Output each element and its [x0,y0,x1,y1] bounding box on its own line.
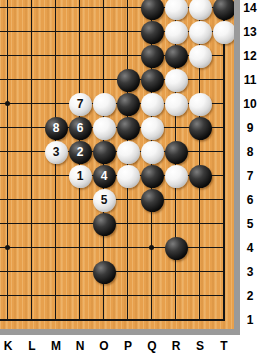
black-stone-Q11[interactable] [141,69,164,92]
board-grid: 78632145 [0,0,234,329]
intersection-M9[interactable]: 8 [44,116,68,140]
intersection-O4[interactable] [92,236,116,260]
column-label-T: T [216,338,232,354]
intersection-Q13[interactable] [140,20,164,44]
intersection-Q1[interactable] [140,308,164,329]
intersection-N3[interactable] [68,260,92,284]
intersection-Q4[interactable] [140,236,164,260]
intersection-L6[interactable] [20,188,44,212]
intersection-S6[interactable] [188,188,212,212]
black-stone-S9[interactable] [189,117,212,140]
intersection-S3[interactable] [188,260,212,284]
white-stone-S12[interactable] [189,45,212,68]
intersection-L13[interactable] [20,20,44,44]
intersection-Q2[interactable] [140,284,164,308]
intersection-K9[interactable] [0,116,20,140]
move-number: 4 [101,170,108,182]
intersection-O5[interactable] [92,212,116,236]
intersection-K11[interactable] [0,68,20,92]
intersection-Q7[interactable] [140,164,164,188]
goban: 78632145 [0,0,234,329]
intersection-O3[interactable] [92,260,116,284]
intersection-K4[interactable] [0,236,20,260]
intersection-S14[interactable] [188,0,212,20]
intersection-T13[interactable] [212,20,234,44]
intersection-R4[interactable] [164,236,188,260]
intersection-L4[interactable] [20,236,44,260]
intersection-L5[interactable] [20,212,44,236]
white-stone-S10[interactable] [189,93,212,116]
column-label-S: S [192,338,208,354]
white-stone-R14[interactable] [165,0,188,20]
intersection-P14[interactable] [116,0,140,20]
intersection-S13[interactable] [188,20,212,44]
intersection-K14[interactable] [0,0,20,20]
move-number: 6 [77,122,84,134]
intersection-P5[interactable] [116,212,140,236]
black-stone-R4[interactable] [165,237,188,260]
row-label-2: 2 [240,288,260,304]
intersection-K6[interactable] [0,188,20,212]
intersection-P2[interactable] [116,284,140,308]
intersection-L1[interactable] [20,308,44,329]
intersection-O14[interactable] [92,0,116,20]
intersection-K13[interactable] [0,20,20,44]
intersection-K5[interactable] [0,212,20,236]
move-number: 3 [53,146,60,158]
intersection-L8[interactable] [20,140,44,164]
intersection-P11[interactable] [116,68,140,92]
intersection-M13[interactable] [44,20,68,44]
row-label-10: 10 [240,96,260,112]
row-label-3: 3 [240,264,260,280]
white-stone-R7[interactable] [165,165,188,188]
intersection-S9[interactable] [188,116,212,140]
intersection-N9[interactable]: 6 [68,116,92,140]
intersection-R11[interactable] [164,68,188,92]
intersection-S11[interactable] [188,68,212,92]
intersection-P7[interactable] [116,164,140,188]
intersection-N14[interactable] [68,0,92,20]
intersection-K2[interactable] [0,284,20,308]
intersection-M2[interactable] [44,284,68,308]
intersection-M8[interactable]: 3 [44,140,68,164]
black-stone-R8[interactable] [165,141,188,164]
intersection-R12[interactable] [164,44,188,68]
intersection-N1[interactable] [68,308,92,329]
intersection-N6[interactable] [68,188,92,212]
intersection-M3[interactable] [44,260,68,284]
intersection-T2[interactable] [212,284,234,308]
black-stone-Q12[interactable] [141,45,164,68]
intersection-T4[interactable] [212,236,234,260]
intersection-N7[interactable]: 1 [68,164,92,188]
intersection-K1[interactable] [0,308,20,329]
intersection-O12[interactable] [92,44,116,68]
intersection-O6[interactable]: 5 [92,188,116,212]
intersection-O7[interactable]: 4 [92,164,116,188]
intersection-M1[interactable] [44,308,68,329]
row-label-9: 9 [240,120,260,136]
black-stone-R12[interactable] [165,45,188,68]
intersection-R3[interactable] [164,260,188,284]
intersection-P10[interactable] [116,92,140,116]
column-label-O: O [96,338,112,354]
black-stone-Q7[interactable] [141,165,164,188]
intersection-R5[interactable] [164,212,188,236]
intersection-P13[interactable] [116,20,140,44]
intersection-N10[interactable]: 7 [68,92,92,116]
intersection-L14[interactable] [20,0,44,20]
white-stone-N7[interactable]: 1 [69,165,92,188]
intersection-M7[interactable] [44,164,68,188]
black-stone-S7[interactable] [189,165,212,188]
white-stone-Q10[interactable] [141,93,164,116]
black-stone-N8[interactable]: 2 [69,141,92,164]
intersection-N13[interactable] [68,20,92,44]
intersection-N4[interactable] [68,236,92,260]
column-coordinates: KLMNOPQRST [0,335,240,356]
black-stone-Q14[interactable] [141,0,164,20]
intersection-M6[interactable] [44,188,68,212]
move-number: 1 [77,170,84,182]
white-stone-P7[interactable] [117,165,140,188]
intersection-T12[interactable] [212,44,234,68]
intersection-S1[interactable] [188,308,212,329]
intersection-O9[interactable] [92,116,116,140]
intersection-R6[interactable] [164,188,188,212]
intersection-M4[interactable] [44,236,68,260]
intersection-S12[interactable] [188,44,212,68]
intersection-P3[interactable] [116,260,140,284]
intersection-T9[interactable] [212,116,234,140]
white-stone-T13[interactable] [213,21,235,44]
white-stone-R13[interactable] [165,21,188,44]
intersection-T5[interactable] [212,212,234,236]
star-point-K10 [5,101,10,106]
intersection-M14[interactable] [44,0,68,20]
intersection-O11[interactable] [92,68,116,92]
intersection-R1[interactable] [164,308,188,329]
black-stone-N9[interactable]: 6 [69,117,92,140]
intersection-T10[interactable] [212,92,234,116]
intersection-M10[interactable] [44,92,68,116]
row-label-12: 12 [240,48,260,64]
intersection-M12[interactable] [44,44,68,68]
star-point-Q4 [149,245,154,250]
intersection-Q12[interactable] [140,44,164,68]
row-label-8: 8 [240,144,260,160]
intersection-M5[interactable] [44,212,68,236]
move-number: 5 [101,194,108,206]
column-label-N: N [72,338,88,354]
black-stone-P9[interactable] [117,117,140,140]
intersection-T8[interactable] [212,140,234,164]
star-point-K4 [5,245,10,250]
intersection-K12[interactable] [0,44,20,68]
black-stone-P11[interactable] [117,69,140,92]
intersection-P12[interactable] [116,44,140,68]
intersection-L2[interactable] [20,284,44,308]
intersection-K10[interactable] [0,92,20,116]
intersection-T11[interactable] [212,68,234,92]
black-stone-O5[interactable] [93,213,116,236]
row-label-1: 1 [240,312,260,328]
black-stone-Q6[interactable] [141,189,164,212]
intersection-N11[interactable] [68,68,92,92]
intersection-Q5[interactable] [140,212,164,236]
intersection-R2[interactable] [164,284,188,308]
white-stone-Q8[interactable] [141,141,164,164]
intersection-R9[interactable] [164,116,188,140]
intersection-O2[interactable] [92,284,116,308]
intersection-P9[interactable] [116,116,140,140]
intersection-L7[interactable] [20,164,44,188]
column-label-M: M [48,338,64,354]
intersection-L9[interactable] [20,116,44,140]
row-label-7: 7 [240,168,260,184]
white-stone-Q9[interactable] [141,117,164,140]
move-number: 7 [77,98,84,110]
intersection-R10[interactable] [164,92,188,116]
white-stone-N10[interactable]: 7 [69,93,92,116]
intersection-S4[interactable] [188,236,212,260]
intersection-S8[interactable] [188,140,212,164]
intersection-R8[interactable] [164,140,188,164]
column-label-L: L [24,338,40,354]
intersection-T14[interactable] [212,0,234,20]
intersection-O10[interactable] [92,92,116,116]
intersection-T7[interactable] [212,164,234,188]
black-stone-O7[interactable]: 4 [93,165,116,188]
white-stone-R11[interactable] [165,69,188,92]
row-coordinates: 1413121110987654321 [240,0,260,356]
intersection-Q10[interactable] [140,92,164,116]
intersection-Q14[interactable] [140,0,164,20]
intersection-L3[interactable] [20,260,44,284]
black-stone-P10[interactable] [117,93,140,116]
move-number: 2 [77,146,84,158]
intersection-Q8[interactable] [140,140,164,164]
intersection-R14[interactable] [164,0,188,20]
intersection-P6[interactable] [116,188,140,212]
black-stone-M9[interactable]: 8 [45,117,68,140]
intersection-P4[interactable] [116,236,140,260]
go-diagram: 78632145 1413121110987654321 KLMNOPQRST [0,0,260,356]
column-label-R: R [168,338,184,354]
intersection-N2[interactable] [68,284,92,308]
intersection-K3[interactable] [0,260,20,284]
white-stone-O10[interactable] [93,93,116,116]
row-label-14: 14 [240,0,260,16]
intersection-S5[interactable] [188,212,212,236]
white-stone-O6[interactable]: 5 [93,189,116,212]
intersection-N12[interactable] [68,44,92,68]
intersection-S10[interactable] [188,92,212,116]
black-stone-Q13[interactable] [141,21,164,44]
white-stone-S14[interactable] [189,0,212,20]
intersection-T1[interactable] [212,308,234,329]
intersection-T3[interactable] [212,260,234,284]
white-stone-O9[interactable] [93,117,116,140]
white-stone-M8[interactable]: 3 [45,141,68,164]
intersection-O8[interactable] [92,140,116,164]
row-label-4: 4 [240,240,260,256]
row-label-6: 6 [240,192,260,208]
intersection-O13[interactable] [92,20,116,44]
row-label-5: 5 [240,216,260,232]
white-stone-R10[interactable] [165,93,188,116]
white-stone-S13[interactable] [189,21,212,44]
black-stone-O3[interactable] [93,261,116,284]
intersection-S7[interactable] [188,164,212,188]
move-number: 8 [53,122,60,134]
intersection-M11[interactable] [44,68,68,92]
column-label-Q: Q [144,338,160,354]
intersection-R13[interactable] [164,20,188,44]
intersection-K7[interactable] [0,164,20,188]
intersection-Q6[interactable] [140,188,164,212]
intersection-Q9[interactable] [140,116,164,140]
intersection-T6[interactable] [212,188,234,212]
intersection-L10[interactable] [20,92,44,116]
intersection-P1[interactable] [116,308,140,329]
white-stone-P8[interactable] [117,141,140,164]
black-stone-T14[interactable] [213,0,235,20]
intersection-L12[interactable] [20,44,44,68]
intersection-Q11[interactable] [140,68,164,92]
row-label-11: 11 [240,72,260,88]
intersection-S2[interactable] [188,284,212,308]
intersection-O1[interactable] [92,308,116,329]
intersection-Q3[interactable] [140,260,164,284]
intersection-P8[interactable] [116,140,140,164]
column-label-P: P [120,338,136,354]
intersection-N8[interactable]: 2 [68,140,92,164]
row-label-13: 13 [240,24,260,40]
intersection-N5[interactable] [68,212,92,236]
intersection-K8[interactable] [0,140,20,164]
intersection-R7[interactable] [164,164,188,188]
intersection-L11[interactable] [20,68,44,92]
column-label-K: K [0,338,16,354]
black-stone-O8[interactable] [93,141,116,164]
